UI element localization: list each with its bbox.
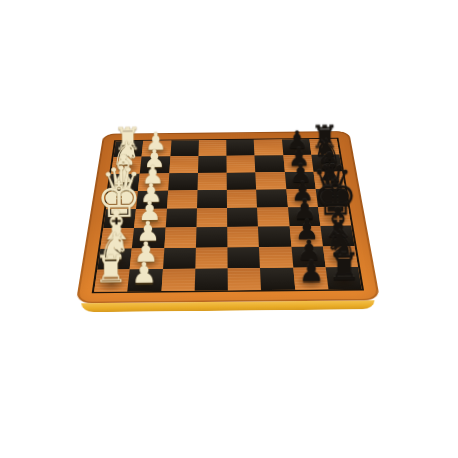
- square-h5[interactable]: [228, 268, 262, 291]
- square-h8[interactable]: ♜: [325, 267, 361, 289]
- square-d5[interactable]: [227, 190, 257, 208]
- square-h4[interactable]: [194, 268, 227, 291]
- board-stage: ♜♟♟♜♞♟♟♞♝♟♟♝♛♟♟♛♚♟♟♚♝♟♟♝♞♟♟♞♜♟♟♜: [90, 71, 365, 346]
- square-c5[interactable]: [227, 172, 257, 190]
- square-a4[interactable]: [198, 140, 226, 156]
- piece-black-rook[interactable]: ♜: [303, 248, 385, 286]
- board-side-edge: [81, 300, 374, 312]
- square-d4[interactable]: [197, 190, 227, 209]
- square-f5[interactable]: [227, 227, 259, 247]
- piece-white-pawn[interactable]: ♟: [103, 258, 185, 287]
- chess-board: ♜♟♟♜♞♟♟♞♝♟♟♝♛♟♟♛♚♟♟♚♝♟♟♝♞♟♟♞♜♟♟♜: [76, 131, 381, 303]
- square-g4[interactable]: [195, 247, 228, 268]
- square-e4[interactable]: [196, 208, 227, 227]
- square-e5[interactable]: [227, 208, 258, 227]
- square-b5[interactable]: [226, 156, 255, 173]
- square-b4[interactable]: [198, 156, 227, 173]
- square-c4[interactable]: [197, 172, 227, 190]
- chess-set-photo: ♜♟♟♜♞♟♟♞♝♟♟♝♛♟♟♛♚♟♟♚♝♟♟♝♞♟♟♞♜♟♟♜: [0, 0, 458, 458]
- board-playing-area: ♜♟♟♜♞♟♟♞♝♟♟♝♛♟♟♛♚♟♟♚♝♟♟♝♞♟♟♞♜♟♟♜: [92, 138, 364, 293]
- square-h2[interactable]: ♟: [128, 269, 163, 292]
- square-a5[interactable]: [226, 140, 254, 156]
- square-f4[interactable]: [196, 227, 228, 247]
- square-g5[interactable]: [227, 247, 260, 268]
